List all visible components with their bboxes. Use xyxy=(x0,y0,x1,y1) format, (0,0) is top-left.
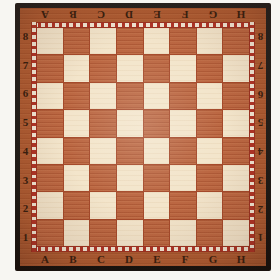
coordinate-label: H xyxy=(227,252,255,266)
square-e4[interactable] xyxy=(144,138,170,164)
square-a5[interactable] xyxy=(37,110,63,136)
coordinate-label: A xyxy=(31,252,59,266)
square-d3[interactable] xyxy=(117,165,143,191)
square-e2[interactable] xyxy=(144,192,170,218)
square-e3[interactable] xyxy=(144,165,170,191)
square-g2[interactable] xyxy=(197,192,223,218)
square-b4[interactable] xyxy=(64,138,90,164)
coordinate-label: G xyxy=(199,252,227,266)
square-e5[interactable] xyxy=(144,110,170,136)
square-a7[interactable] xyxy=(37,55,63,81)
coordinate-label: 5 xyxy=(20,108,31,137)
square-d1[interactable] xyxy=(117,220,143,246)
square-c6[interactable] xyxy=(90,83,116,109)
coordinate-label: 6 xyxy=(20,80,31,109)
coordinate-label: C xyxy=(87,252,115,266)
square-c5[interactable] xyxy=(90,110,116,136)
square-e8[interactable] xyxy=(144,28,170,54)
square-h6[interactable] xyxy=(223,83,249,109)
coordinate-label: 1 xyxy=(20,223,31,252)
square-h7[interactable] xyxy=(223,55,249,81)
rank-labels-left: 87654321 xyxy=(20,22,31,252)
coordinate-label: G xyxy=(199,8,227,22)
square-d8[interactable] xyxy=(117,28,143,54)
checkered-inlay-right xyxy=(249,22,255,252)
square-d6[interactable] xyxy=(117,83,143,109)
square-h2[interactable] xyxy=(223,192,249,218)
square-c8[interactable] xyxy=(90,28,116,54)
coordinate-label: 4 xyxy=(255,137,266,166)
checkered-inlay-left xyxy=(31,22,37,252)
square-b8[interactable] xyxy=(64,28,90,54)
square-f6[interactable] xyxy=(170,83,196,109)
coordinate-label: 7 xyxy=(255,51,266,80)
square-g8[interactable] xyxy=(197,28,223,54)
coordinate-label: 8 xyxy=(20,22,31,51)
coordinate-label: D xyxy=(115,8,143,22)
file-labels-top: ABCDEFGH xyxy=(31,8,255,22)
coordinate-label: H xyxy=(227,8,255,22)
checkered-inlay-top xyxy=(31,22,255,28)
coordinate-label: 7 xyxy=(20,51,31,80)
coordinate-label: A xyxy=(31,8,59,22)
square-g5[interactable] xyxy=(197,110,223,136)
square-b6[interactable] xyxy=(64,83,90,109)
coordinate-label: B xyxy=(59,252,87,266)
square-b3[interactable] xyxy=(64,165,90,191)
coordinate-label: C xyxy=(87,8,115,22)
square-f8[interactable] xyxy=(170,28,196,54)
square-f3[interactable] xyxy=(170,165,196,191)
square-c2[interactable] xyxy=(90,192,116,218)
square-g6[interactable] xyxy=(197,83,223,109)
coordinate-label: 2 xyxy=(255,195,266,224)
square-f7[interactable] xyxy=(170,55,196,81)
square-a6[interactable] xyxy=(37,83,63,109)
square-c1[interactable] xyxy=(90,220,116,246)
coordinate-label: 5 xyxy=(255,108,266,137)
square-h5[interactable] xyxy=(223,110,249,136)
board-photo: ABCDEFGH ABCDEFGH 87654321 87654321 xyxy=(0,0,280,280)
square-a2[interactable] xyxy=(37,192,63,218)
square-g7[interactable] xyxy=(197,55,223,81)
square-h1[interactable] xyxy=(223,220,249,246)
square-c4[interactable] xyxy=(90,138,116,164)
checkered-inlay-bottom xyxy=(31,246,255,252)
coordinate-label: B xyxy=(59,8,87,22)
coordinate-label: E xyxy=(143,8,171,22)
coordinate-label: E xyxy=(143,252,171,266)
square-b2[interactable] xyxy=(64,192,90,218)
square-e6[interactable] xyxy=(144,83,170,109)
square-h3[interactable] xyxy=(223,165,249,191)
square-b7[interactable] xyxy=(64,55,90,81)
board-frame: ABCDEFGH ABCDEFGH 87654321 87654321 xyxy=(20,8,266,266)
square-f4[interactable] xyxy=(170,138,196,164)
rank-labels-right: 87654321 xyxy=(255,22,266,252)
square-f1[interactable] xyxy=(170,220,196,246)
coordinate-label: 8 xyxy=(255,22,266,51)
square-h8[interactable] xyxy=(223,28,249,54)
square-h4[interactable] xyxy=(223,138,249,164)
square-g4[interactable] xyxy=(197,138,223,164)
square-d2[interactable] xyxy=(117,192,143,218)
coordinate-label: 2 xyxy=(20,195,31,224)
square-a4[interactable] xyxy=(37,138,63,164)
decorative-checkered-border xyxy=(31,22,255,252)
coordinate-label: D xyxy=(115,252,143,266)
square-e1[interactable] xyxy=(144,220,170,246)
chess-board: ABCDEFGH ABCDEFGH 87654321 87654321 xyxy=(15,3,271,271)
square-d4[interactable] xyxy=(117,138,143,164)
square-b1[interactable] xyxy=(64,220,90,246)
board-grid xyxy=(37,28,249,246)
coordinate-label: 6 xyxy=(255,80,266,109)
coordinate-label: 4 xyxy=(20,137,31,166)
square-c3[interactable] xyxy=(90,165,116,191)
square-e7[interactable] xyxy=(144,55,170,81)
square-c7[interactable] xyxy=(90,55,116,81)
coordinate-label: 3 xyxy=(20,166,31,195)
square-a3[interactable] xyxy=(37,165,63,191)
file-labels-bottom: ABCDEFGH xyxy=(31,252,255,266)
square-b5[interactable] xyxy=(64,110,90,136)
square-f5[interactable] xyxy=(170,110,196,136)
square-g3[interactable] xyxy=(197,165,223,191)
square-d7[interactable] xyxy=(117,55,143,81)
coordinate-label: F xyxy=(171,8,199,22)
coordinate-label: 1 xyxy=(255,223,266,252)
square-a8[interactable] xyxy=(37,28,63,54)
square-d5[interactable] xyxy=(117,110,143,136)
square-f2[interactable] xyxy=(170,192,196,218)
square-g1[interactable] xyxy=(197,220,223,246)
coordinate-label: 3 xyxy=(255,166,266,195)
square-a1[interactable] xyxy=(37,220,63,246)
coordinate-label: F xyxy=(171,252,199,266)
